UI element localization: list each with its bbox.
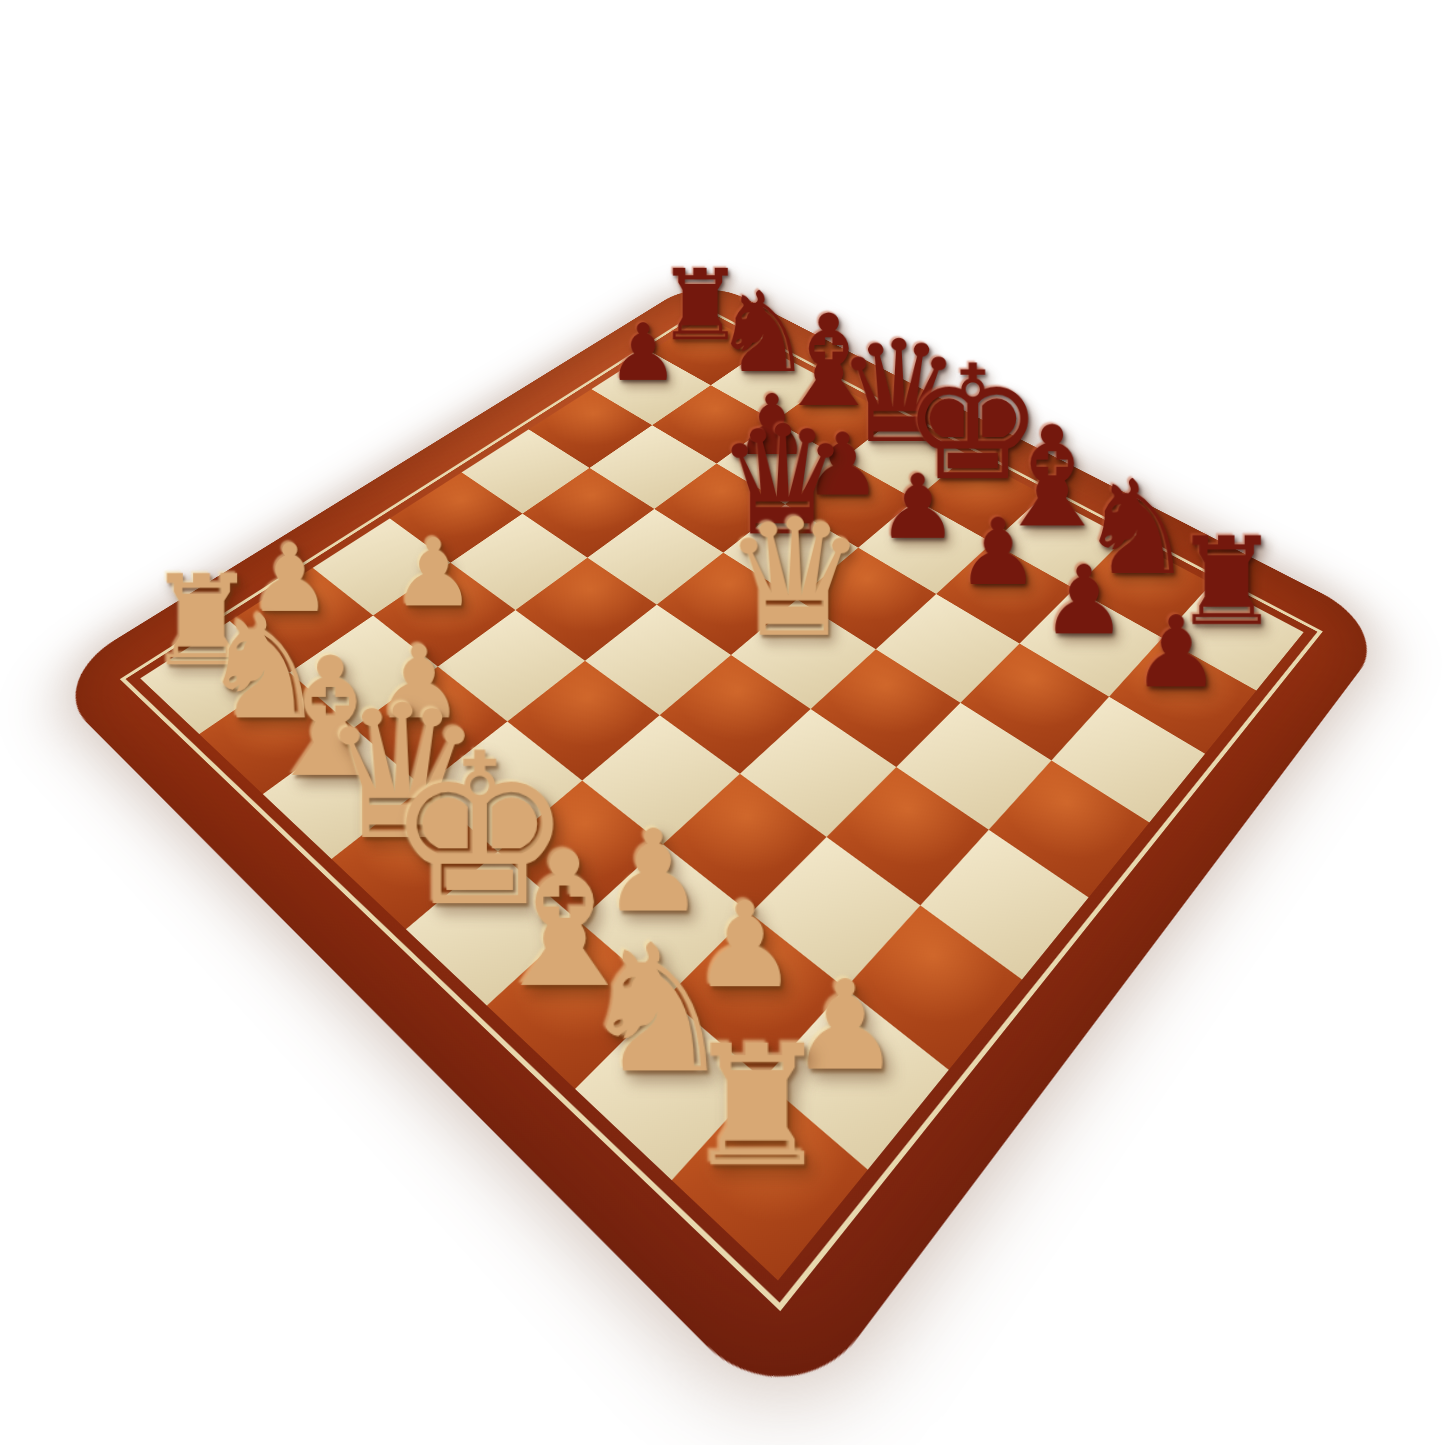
chess-board: ♜♞♝♛♚♝♞♜♟♟♟♟♟♟♟♛♛♟♟♟♟♟♟♜♞♝♛♚♝♞♜ [47, 277, 1392, 1429]
white-rook-icon: ♜ [608, 1023, 908, 1189]
photo-scene: ♜♞♝♛♚♝♞♜♟♟♟♟♟♟♟♛♛♟♟♟♟♟♟♜♞♝♛♚♝♞♜ [0, 0, 1445, 1445]
white-queen-icon: ♛ [684, 497, 905, 660]
red-pawn-icon: ♟ [553, 313, 734, 392]
piece-layer: ♜♞♝♛♚♝♞♜♟♟♟♟♟♟♟♛♛♟♟♟♟♟♟♜♞♝♛♚♝♞♜ [140, 316, 1304, 1281]
red-pawn-icon: ♟ [1062, 602, 1289, 701]
